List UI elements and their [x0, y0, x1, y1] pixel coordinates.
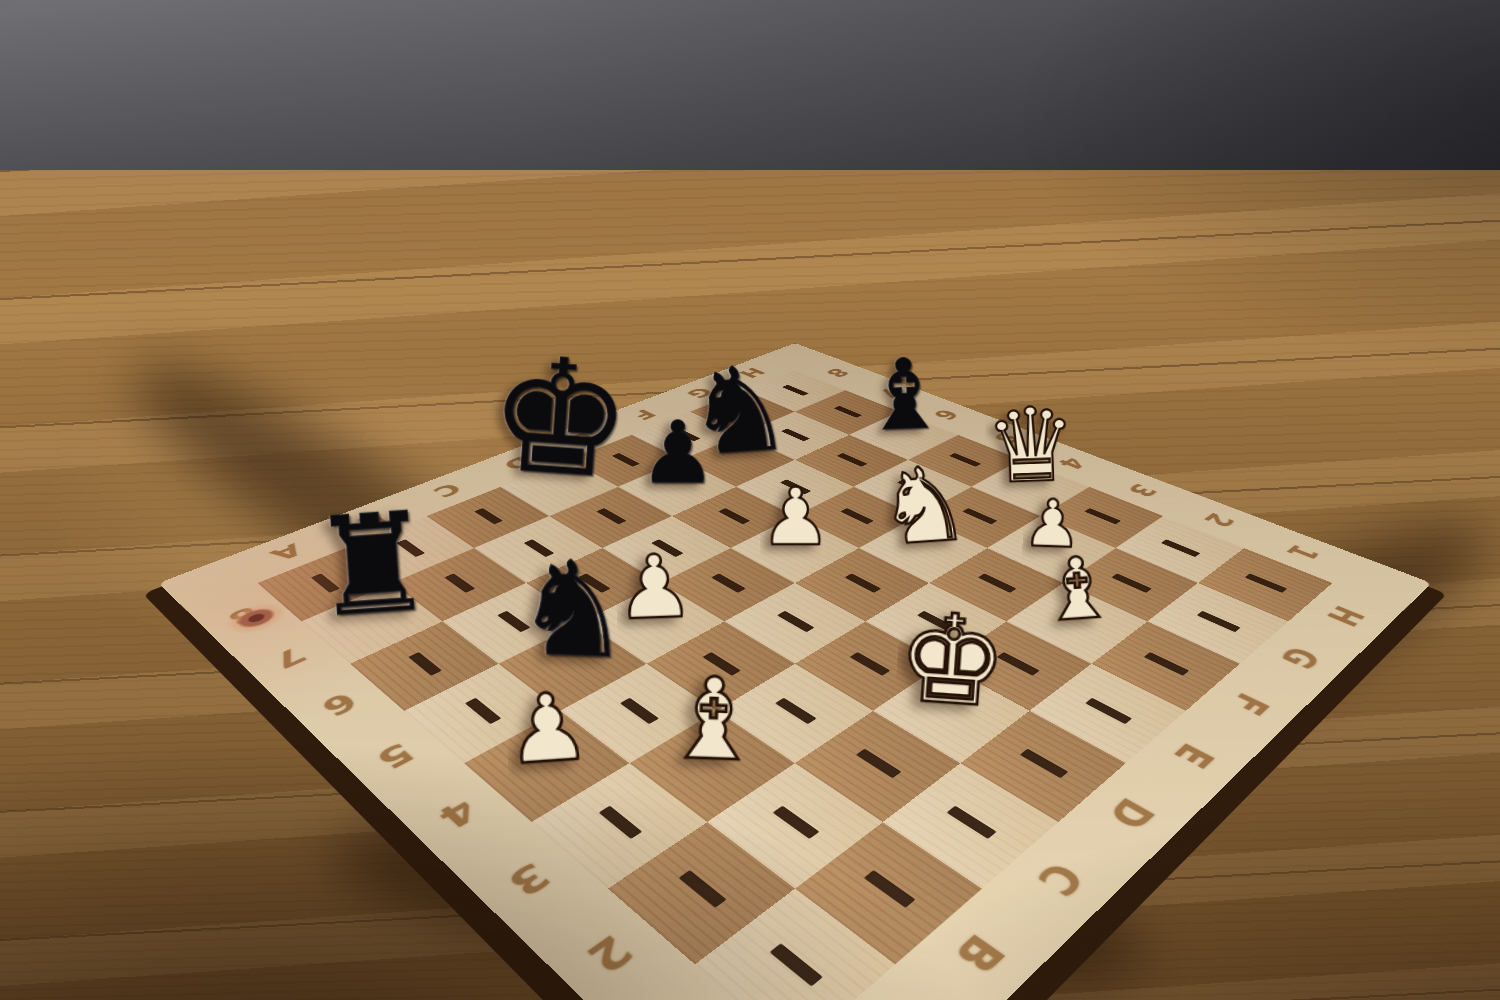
white-queen[interactable]: ♛ — [983, 396, 1077, 496]
piece-slot — [596, 508, 627, 524]
piece-slot — [474, 508, 503, 524]
square-d3[interactable] — [725, 583, 866, 664]
piece-slot — [849, 652, 890, 676]
piece-slot — [977, 573, 1016, 593]
white-knight[interactable]: ♞ — [874, 455, 973, 559]
white-pawn[interactable]: ♟ — [759, 480, 830, 555]
piece-slot — [444, 573, 475, 593]
black-pawn[interactable]: ♟ — [639, 412, 716, 494]
piece-slot — [718, 508, 750, 524]
piece-slot — [836, 453, 867, 467]
square-h0[interactable] — [1198, 548, 1332, 621]
black-bishop[interactable]: ♝ — [859, 348, 949, 443]
piece-slot — [1084, 698, 1131, 725]
black-knight[interactable]: ♞ — [512, 546, 634, 675]
piece-slot — [464, 698, 501, 725]
piece-slot — [1111, 573, 1152, 593]
piece-slot — [855, 749, 901, 779]
piece-slot — [844, 573, 881, 593]
piece-slot — [598, 806, 642, 840]
piece-slot — [1084, 508, 1121, 524]
piece-slot — [833, 406, 862, 418]
piece-slot — [946, 806, 996, 840]
piece-slot — [619, 698, 658, 725]
white-bishop[interactable]: ♝ — [660, 665, 764, 775]
piece-slot — [840, 508, 874, 524]
black-rook[interactable]: ♜ — [307, 496, 438, 634]
piece-slot — [1160, 539, 1200, 557]
piece-slot — [1196, 611, 1240, 633]
white-pawn[interactable]: ♟ — [502, 681, 592, 776]
piece-slot — [678, 870, 726, 908]
white-king[interactable]: ♚ — [893, 600, 1010, 723]
piece-slot — [1244, 573, 1287, 593]
piece-slot — [710, 573, 745, 593]
piece-slot — [1019, 749, 1068, 779]
black-king[interactable]: ♚ — [483, 338, 635, 498]
piece-slot — [1143, 652, 1189, 676]
piece-slot — [774, 698, 816, 725]
piece-slot — [407, 652, 441, 676]
piece-slot — [772, 806, 819, 840]
piece-slot — [768, 943, 822, 987]
white-bishop[interactable]: ♝ — [1036, 546, 1118, 632]
wall-background — [0, 0, 1500, 178]
piece-slot — [863, 870, 915, 908]
piece-slot — [776, 611, 814, 633]
